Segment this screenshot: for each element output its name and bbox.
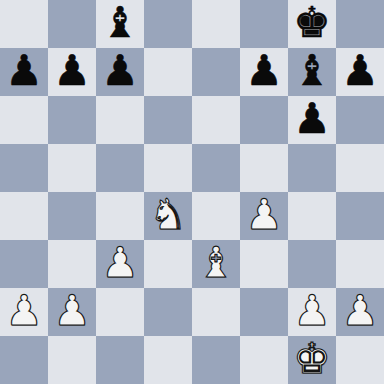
square-b6[interactable] — [48, 96, 96, 144]
square-f8[interactable] — [240, 0, 288, 48]
square-e3[interactable]: ♝ — [192, 240, 240, 288]
square-f4[interactable]: ♟ — [240, 192, 288, 240]
square-b5[interactable] — [48, 144, 96, 192]
black-pawn[interactable]: ♟ — [5, 47, 43, 95]
square-h5[interactable] — [336, 144, 384, 192]
square-c3[interactable]: ♟ — [96, 240, 144, 288]
square-e4[interactable] — [192, 192, 240, 240]
square-e6[interactable] — [192, 96, 240, 144]
square-c5[interactable] — [96, 144, 144, 192]
square-g1[interactable]: ♚ — [288, 336, 336, 384]
square-a3[interactable] — [0, 240, 48, 288]
square-b7[interactable]: ♟ — [48, 48, 96, 96]
square-h4[interactable] — [336, 192, 384, 240]
white-pawn[interactable]: ♟ — [5, 287, 43, 335]
square-f7[interactable]: ♟ — [240, 48, 288, 96]
square-e5[interactable] — [192, 144, 240, 192]
white-pawn[interactable]: ♟ — [245, 191, 283, 239]
square-a5[interactable] — [0, 144, 48, 192]
square-e8[interactable] — [192, 0, 240, 48]
square-f1[interactable] — [240, 336, 288, 384]
square-a7[interactable]: ♟ — [0, 48, 48, 96]
square-d1[interactable] — [144, 336, 192, 384]
square-g4[interactable] — [288, 192, 336, 240]
square-d6[interactable] — [144, 96, 192, 144]
white-pawn[interactable]: ♟ — [293, 287, 331, 335]
square-g7[interactable]: ♝ — [288, 48, 336, 96]
square-c1[interactable] — [96, 336, 144, 384]
square-d8[interactable] — [144, 0, 192, 48]
square-b8[interactable] — [48, 0, 96, 48]
square-h3[interactable] — [336, 240, 384, 288]
black-pawn[interactable]: ♟ — [101, 47, 139, 95]
square-a8[interactable] — [0, 0, 48, 48]
square-c7[interactable]: ♟ — [96, 48, 144, 96]
white-king[interactable]: ♚ — [293, 335, 331, 383]
square-h8[interactable] — [336, 0, 384, 48]
square-h7[interactable]: ♟ — [336, 48, 384, 96]
white-pawn[interactable]: ♟ — [341, 287, 379, 335]
black-pawn[interactable]: ♟ — [293, 95, 331, 143]
white-bishop[interactable]: ♝ — [197, 239, 235, 287]
square-c2[interactable] — [96, 288, 144, 336]
square-a6[interactable] — [0, 96, 48, 144]
white-pawn[interactable]: ♟ — [53, 287, 91, 335]
square-a1[interactable] — [0, 336, 48, 384]
chess-board: ♝♚♟♟♟♟♝♟♟♞♟♟♝♟♟♟♟♚ — [0, 0, 384, 384]
black-king[interactable]: ♚ — [293, 0, 331, 47]
black-pawn[interactable]: ♟ — [245, 47, 283, 95]
square-d3[interactable] — [144, 240, 192, 288]
square-h2[interactable]: ♟ — [336, 288, 384, 336]
square-f6[interactable] — [240, 96, 288, 144]
black-pawn[interactable]: ♟ — [53, 47, 91, 95]
square-c8[interactable]: ♝ — [96, 0, 144, 48]
square-b3[interactable] — [48, 240, 96, 288]
square-d2[interactable] — [144, 288, 192, 336]
black-pawn[interactable]: ♟ — [341, 47, 379, 95]
square-f3[interactable] — [240, 240, 288, 288]
black-bishop[interactable]: ♝ — [293, 47, 331, 95]
square-g2[interactable]: ♟ — [288, 288, 336, 336]
square-g6[interactable]: ♟ — [288, 96, 336, 144]
square-b2[interactable]: ♟ — [48, 288, 96, 336]
square-f2[interactable] — [240, 288, 288, 336]
black-bishop[interactable]: ♝ — [101, 0, 139, 47]
square-h1[interactable] — [336, 336, 384, 384]
chess-app: ♝♚♟♟♟♟♝♟♟♞♟♟♝♟♟♟♟♚ — [0, 0, 384, 384]
square-g5[interactable] — [288, 144, 336, 192]
square-f5[interactable] — [240, 144, 288, 192]
square-e2[interactable] — [192, 288, 240, 336]
square-a4[interactable] — [0, 192, 48, 240]
square-d5[interactable] — [144, 144, 192, 192]
square-e1[interactable] — [192, 336, 240, 384]
square-d4[interactable]: ♞ — [144, 192, 192, 240]
white-knight[interactable]: ♞ — [149, 191, 187, 239]
square-b1[interactable] — [48, 336, 96, 384]
white-pawn[interactable]: ♟ — [101, 239, 139, 287]
square-h6[interactable] — [336, 96, 384, 144]
square-b4[interactable] — [48, 192, 96, 240]
square-d7[interactable] — [144, 48, 192, 96]
square-e7[interactable] — [192, 48, 240, 96]
square-g3[interactable] — [288, 240, 336, 288]
square-g8[interactable]: ♚ — [288, 0, 336, 48]
square-a2[interactable]: ♟ — [0, 288, 48, 336]
square-c4[interactable] — [96, 192, 144, 240]
square-c6[interactable] — [96, 96, 144, 144]
